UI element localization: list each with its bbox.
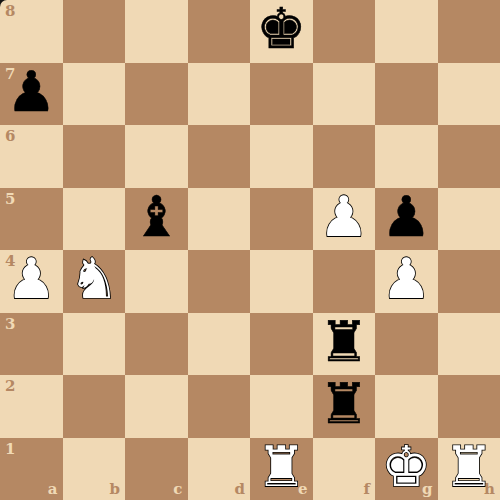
square-b1[interactable]: b (63, 438, 126, 500)
square-c6[interactable] (125, 125, 188, 188)
piece-black-rook-f3[interactable]: ♜ (313, 313, 376, 376)
square-b2[interactable] (63, 375, 126, 438)
square-d2[interactable] (188, 375, 251, 438)
rank-label-1: 1 (5, 442, 15, 457)
square-f4[interactable] (313, 250, 376, 313)
square-a3[interactable]: 3 (0, 313, 63, 376)
square-a6[interactable]: 6 (0, 125, 63, 188)
square-f2[interactable]: ♜ (313, 375, 376, 438)
square-g8[interactable] (375, 0, 438, 63)
square-a5[interactable]: 5 (0, 188, 63, 251)
square-c4[interactable] (125, 250, 188, 313)
square-c3[interactable] (125, 313, 188, 376)
rank-label-3: 3 (5, 317, 15, 332)
square-b3[interactable] (63, 313, 126, 376)
piece-white-knight-b4[interactable]: ♞ (63, 250, 126, 313)
square-c8[interactable] (125, 0, 188, 63)
piece-black-pawn-g5[interactable]: ♟ (375, 188, 438, 251)
piece-black-bishop-c5[interactable]: ♝ (125, 188, 188, 251)
square-d3[interactable] (188, 313, 251, 376)
piece-black-pawn-a7[interactable]: ♟ (0, 63, 63, 126)
piece-black-king-e8[interactable]: ♚ (250, 0, 313, 63)
chess-board: 8♚7♟65♝♟♟4♟♞♟3♜2♜1abcde♜fg♚h♜ (0, 0, 500, 500)
square-a4[interactable]: 4♟ (0, 250, 63, 313)
square-a2[interactable]: 2 (0, 375, 63, 438)
rank-label-6: 6 (5, 129, 15, 144)
square-f8[interactable] (313, 0, 376, 63)
square-d6[interactable] (188, 125, 251, 188)
rank-label-2: 2 (5, 379, 15, 394)
square-f6[interactable] (313, 125, 376, 188)
rank-label-8: 8 (5, 4, 15, 19)
square-c2[interactable] (125, 375, 188, 438)
square-e7[interactable] (250, 63, 313, 126)
square-e3[interactable] (250, 313, 313, 376)
square-b6[interactable] (63, 125, 126, 188)
square-h6[interactable] (438, 125, 500, 188)
file-label-f: f (364, 482, 370, 497)
piece-white-rook-e1[interactable]: ♜ (250, 438, 313, 500)
square-e5[interactable] (250, 188, 313, 251)
square-e6[interactable] (250, 125, 313, 188)
square-b8[interactable] (63, 0, 126, 63)
square-e2[interactable] (250, 375, 313, 438)
square-g5[interactable]: ♟ (375, 188, 438, 251)
file-label-b: b (110, 482, 121, 497)
square-g3[interactable] (375, 313, 438, 376)
square-e1[interactable]: e♜ (250, 438, 313, 500)
square-g2[interactable] (375, 375, 438, 438)
square-c7[interactable] (125, 63, 188, 126)
square-a8[interactable]: 8 (0, 0, 63, 63)
square-e8[interactable]: ♚ (250, 0, 313, 63)
square-h8[interactable] (438, 0, 500, 63)
square-f3[interactable]: ♜ (313, 313, 376, 376)
square-d1[interactable]: d (188, 438, 251, 500)
square-a7[interactable]: 7♟ (0, 63, 63, 126)
file-label-a: a (48, 482, 58, 497)
square-f5[interactable]: ♟ (313, 188, 376, 251)
square-d5[interactable] (188, 188, 251, 251)
file-label-d: d (235, 482, 246, 497)
square-d4[interactable] (188, 250, 251, 313)
piece-white-king-g1[interactable]: ♚ (375, 438, 438, 500)
square-h7[interactable] (438, 63, 500, 126)
square-h2[interactable] (438, 375, 500, 438)
square-d7[interactable] (188, 63, 251, 126)
square-f7[interactable] (313, 63, 376, 126)
square-c5[interactable]: ♝ (125, 188, 188, 251)
square-g1[interactable]: g♚ (375, 438, 438, 500)
square-a1[interactable]: 1a (0, 438, 63, 500)
square-d8[interactable] (188, 0, 251, 63)
piece-white-pawn-g4[interactable]: ♟ (375, 250, 438, 313)
piece-white-rook-h1[interactable]: ♜ (438, 438, 500, 500)
square-f1[interactable]: f (313, 438, 376, 500)
square-h3[interactable] (438, 313, 500, 376)
square-h1[interactable]: h♜ (438, 438, 500, 500)
square-c1[interactable]: c (125, 438, 188, 500)
square-h4[interactable] (438, 250, 500, 313)
piece-white-pawn-a4[interactable]: ♟ (0, 250, 63, 313)
piece-black-rook-f2[interactable]: ♜ (313, 375, 376, 438)
square-b7[interactable] (63, 63, 126, 126)
piece-white-pawn-f5[interactable]: ♟ (313, 188, 376, 251)
square-g4[interactable]: ♟ (375, 250, 438, 313)
square-g6[interactable] (375, 125, 438, 188)
square-e4[interactable] (250, 250, 313, 313)
square-g7[interactable] (375, 63, 438, 126)
square-b5[interactable] (63, 188, 126, 251)
square-b4[interactable]: ♞ (63, 250, 126, 313)
file-label-c: c (173, 482, 182, 497)
square-h5[interactable] (438, 188, 500, 251)
rank-label-5: 5 (5, 192, 15, 207)
